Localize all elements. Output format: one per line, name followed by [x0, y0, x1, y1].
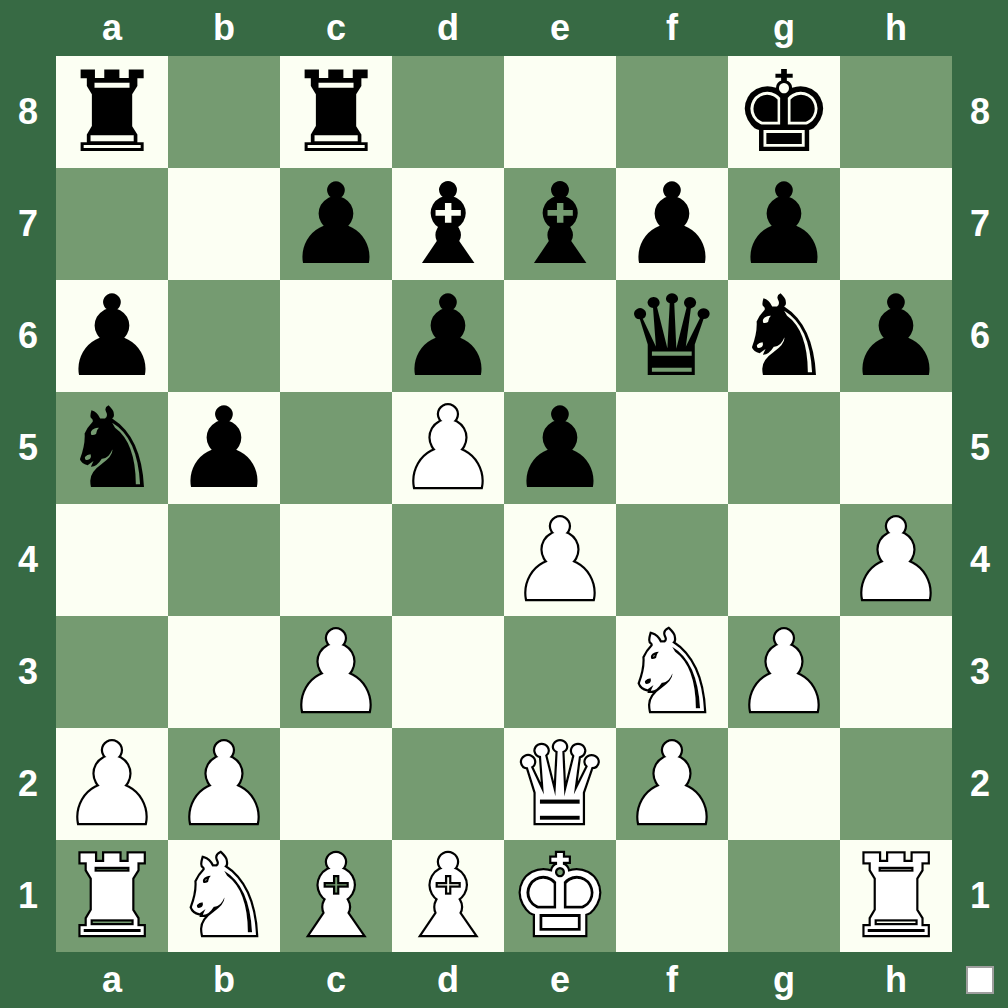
piece-black-king: ♚︎: [728, 56, 840, 168]
piece-white-pawn: ♟︎: [840, 504, 952, 616]
square-h2[interactable]: [840, 728, 952, 840]
rank-labels-left: 87654321: [0, 56, 56, 952]
piece-white-pawn: ♟︎: [280, 616, 392, 728]
square-c6[interactable]: [280, 280, 392, 392]
file-label-c: c: [280, 952, 392, 1008]
piece-black-bishop: ♝︎: [392, 168, 504, 280]
square-h3[interactable]: [840, 616, 952, 728]
piece-white-pawn: ♟︎: [168, 728, 280, 840]
piece-black-pawn: ♟︎: [392, 280, 504, 392]
piece-white-rook: ♜︎: [56, 840, 168, 952]
square-c3[interactable]: ♟︎: [280, 616, 392, 728]
square-h6[interactable]: ♟︎: [840, 280, 952, 392]
rank-label-6: 6: [952, 280, 1008, 392]
piece-black-bishop: ♝︎: [504, 168, 616, 280]
square-b7[interactable]: [168, 168, 280, 280]
square-a8[interactable]: ♜︎: [56, 56, 168, 168]
piece-white-knight: ♞︎: [616, 616, 728, 728]
square-d4[interactable]: [392, 504, 504, 616]
square-e8[interactable]: [504, 56, 616, 168]
square-g6[interactable]: ♞︎: [728, 280, 840, 392]
square-a6[interactable]: ♟︎: [56, 280, 168, 392]
square-g1[interactable]: [728, 840, 840, 952]
file-label-g: g: [728, 952, 840, 1008]
square-f5[interactable]: [616, 392, 728, 504]
square-e1[interactable]: ♚︎: [504, 840, 616, 952]
square-d5[interactable]: ♟︎: [392, 392, 504, 504]
square-b2[interactable]: ♟︎: [168, 728, 280, 840]
square-e5[interactable]: ♟︎: [504, 392, 616, 504]
file-label-c: c: [280, 0, 392, 56]
rank-label-8: 8: [952, 56, 1008, 168]
rank-labels-right: 87654321: [952, 56, 1008, 952]
rank-label-7: 7: [0, 168, 56, 280]
piece-black-queen: ♛︎: [616, 280, 728, 392]
square-b4[interactable]: [168, 504, 280, 616]
square-a4[interactable]: [56, 504, 168, 616]
file-label-d: d: [392, 0, 504, 56]
square-d3[interactable]: [392, 616, 504, 728]
square-e7[interactable]: ♝︎: [504, 168, 616, 280]
rank-label-7: 7: [952, 168, 1008, 280]
square-b5[interactable]: ♟︎: [168, 392, 280, 504]
piece-white-king: ♚︎: [504, 840, 616, 952]
square-e6[interactable]: [504, 280, 616, 392]
square-a3[interactable]: [56, 616, 168, 728]
square-d2[interactable]: [392, 728, 504, 840]
piece-white-pawn: ♟︎: [616, 728, 728, 840]
piece-black-rook: ♜︎: [56, 56, 168, 168]
square-f2[interactable]: ♟︎: [616, 728, 728, 840]
file-label-h: h: [840, 952, 952, 1008]
piece-white-knight: ♞︎: [168, 840, 280, 952]
chess-board: ♜︎♜︎♚︎♟︎♝︎♝︎♟︎♟︎♟︎♟︎♛︎♞︎♟︎♞︎♟︎♟︎♟︎♟︎♟︎♟︎…: [56, 56, 952, 952]
square-h1[interactable]: ♜︎: [840, 840, 952, 952]
piece-black-rook: ♜︎: [280, 56, 392, 168]
file-label-a: a: [56, 0, 168, 56]
square-h5[interactable]: [840, 392, 952, 504]
file-label-b: b: [168, 0, 280, 56]
square-b8[interactable]: [168, 56, 280, 168]
piece-black-pawn: ♟︎: [728, 168, 840, 280]
square-f4[interactable]: [616, 504, 728, 616]
file-label-h: h: [840, 0, 952, 56]
square-c2[interactable]: [280, 728, 392, 840]
square-f8[interactable]: [616, 56, 728, 168]
rank-label-3: 3: [0, 616, 56, 728]
piece-black-knight: ♞︎: [728, 280, 840, 392]
square-h4[interactable]: ♟︎: [840, 504, 952, 616]
square-g4[interactable]: [728, 504, 840, 616]
square-c8[interactable]: ♜︎: [280, 56, 392, 168]
file-labels-bottom: abcdefgh: [56, 952, 952, 1008]
square-a5[interactable]: ♞︎: [56, 392, 168, 504]
square-f6[interactable]: ♛︎: [616, 280, 728, 392]
square-d7[interactable]: ♝︎: [392, 168, 504, 280]
square-f7[interactable]: ♟︎: [616, 168, 728, 280]
rank-label-4: 4: [952, 504, 1008, 616]
square-g8[interactable]: ♚︎: [728, 56, 840, 168]
file-label-d: d: [392, 952, 504, 1008]
square-g7[interactable]: ♟︎: [728, 168, 840, 280]
square-g5[interactable]: [728, 392, 840, 504]
square-h7[interactable]: [840, 168, 952, 280]
file-labels-top: abcdefgh: [56, 0, 952, 56]
square-h8[interactable]: [840, 56, 952, 168]
piece-white-pawn: ♟︎: [728, 616, 840, 728]
piece-black-pawn: ♟︎: [168, 392, 280, 504]
square-a7[interactable]: [56, 168, 168, 280]
piece-white-pawn: ♟︎: [392, 392, 504, 504]
square-c4[interactable]: [280, 504, 392, 616]
file-label-b: b: [168, 952, 280, 1008]
file-label-f: f: [616, 952, 728, 1008]
piece-black-pawn: ♟︎: [840, 280, 952, 392]
rank-label-2: 2: [0, 728, 56, 840]
square-g3[interactable]: ♟︎: [728, 616, 840, 728]
square-d6[interactable]: ♟︎: [392, 280, 504, 392]
rank-label-8: 8: [0, 56, 56, 168]
file-label-f: f: [616, 0, 728, 56]
square-d8[interactable]: [392, 56, 504, 168]
square-d1[interactable]: ♝︎: [392, 840, 504, 952]
rank-label-2: 2: [952, 728, 1008, 840]
rank-label-4: 4: [0, 504, 56, 616]
square-g2[interactable]: [728, 728, 840, 840]
file-label-g: g: [728, 0, 840, 56]
rank-label-5: 5: [952, 392, 1008, 504]
file-label-e: e: [504, 952, 616, 1008]
square-e3[interactable]: [504, 616, 616, 728]
square-e4[interactable]: ♟︎: [504, 504, 616, 616]
rank-label-1: 1: [952, 840, 1008, 952]
square-c5[interactable]: [280, 392, 392, 504]
rank-label-1: 1: [0, 840, 56, 952]
file-label-e: e: [504, 0, 616, 56]
square-c1[interactable]: ♝︎: [280, 840, 392, 952]
square-c7[interactable]: ♟︎: [280, 168, 392, 280]
square-b3[interactable]: [168, 616, 280, 728]
square-b6[interactable]: [168, 280, 280, 392]
piece-white-pawn: ♟︎: [504, 504, 616, 616]
piece-white-rook: ♜︎: [840, 840, 952, 952]
side-to-move-indicator: [966, 966, 994, 994]
piece-black-pawn: ♟︎: [280, 168, 392, 280]
piece-black-pawn: ♟︎: [504, 392, 616, 504]
square-a2[interactable]: ♟︎: [56, 728, 168, 840]
square-e2[interactable]: ♛︎: [504, 728, 616, 840]
piece-black-pawn: ♟︎: [56, 280, 168, 392]
piece-black-knight: ♞︎: [56, 392, 168, 504]
piece-white-queen: ♛︎: [504, 728, 616, 840]
board-frame: abcdefgh abcdefgh 87654321 87654321 ♜︎♜︎…: [0, 0, 1008, 1008]
square-b1[interactable]: ♞︎: [168, 840, 280, 952]
rank-label-3: 3: [952, 616, 1008, 728]
square-f3[interactable]: ♞︎: [616, 616, 728, 728]
rank-label-5: 5: [0, 392, 56, 504]
piece-black-pawn: ♟︎: [616, 168, 728, 280]
square-f1[interactable]: [616, 840, 728, 952]
file-label-a: a: [56, 952, 168, 1008]
piece-white-bishop: ♝︎: [280, 840, 392, 952]
piece-white-pawn: ♟︎: [56, 728, 168, 840]
piece-white-bishop: ♝︎: [392, 840, 504, 952]
rank-label-6: 6: [0, 280, 56, 392]
square-a1[interactable]: ♜︎: [56, 840, 168, 952]
